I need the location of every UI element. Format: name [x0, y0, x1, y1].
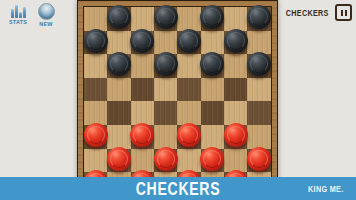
checkers-board [77, 0, 278, 200]
black-piece-h6[interactable] [247, 52, 271, 76]
square-a7[interactable] [84, 31, 107, 55]
square-d8[interactable] [154, 7, 177, 31]
black-piece-f6[interactable] [200, 52, 224, 76]
square-g4[interactable] [224, 101, 247, 125]
square-h4[interactable] [247, 101, 270, 125]
square-g5[interactable] [224, 78, 247, 102]
square-a3[interactable] [84, 125, 107, 149]
square-e6[interactable] [177, 54, 200, 78]
square-h5[interactable] [247, 78, 270, 102]
stats-button-label: STATS [9, 19, 27, 25]
black-piece-f8[interactable] [200, 5, 224, 29]
square-f3[interactable] [201, 125, 224, 149]
square-b2[interactable] [107, 149, 130, 173]
square-e8[interactable] [177, 7, 200, 31]
square-f5[interactable] [201, 78, 224, 102]
square-f8[interactable] [201, 7, 224, 31]
square-h3[interactable] [247, 125, 270, 149]
square-b3[interactable] [107, 125, 130, 149]
red-piece-b2[interactable] [107, 147, 131, 171]
square-h2[interactable] [247, 149, 270, 173]
new-orb-icon [38, 3, 55, 20]
square-c6[interactable] [131, 54, 154, 78]
square-e4[interactable] [177, 101, 200, 125]
square-g2[interactable] [224, 149, 247, 173]
pause-icon [341, 10, 343, 16]
red-piece-g3[interactable] [224, 123, 248, 147]
square-a2[interactable] [84, 149, 107, 173]
square-d4[interactable] [154, 101, 177, 125]
square-c3[interactable] [131, 125, 154, 149]
square-a5[interactable] [84, 78, 107, 102]
square-g8[interactable] [224, 7, 247, 31]
square-d2[interactable] [154, 149, 177, 173]
square-c8[interactable] [131, 7, 154, 31]
square-b6[interactable] [107, 54, 130, 78]
black-piece-e7[interactable] [177, 29, 201, 53]
header-left-buttons: STATS NEW [8, 3, 56, 27]
square-h8[interactable] [247, 7, 270, 31]
square-a6[interactable] [84, 54, 107, 78]
footer-bar: CHECKERS KING ME. [0, 177, 356, 200]
red-piece-f2[interactable] [200, 147, 224, 171]
red-piece-c3[interactable] [130, 123, 154, 147]
black-piece-b8[interactable] [107, 5, 131, 29]
red-piece-h2[interactable] [247, 147, 271, 171]
bar-chart-icon [11, 4, 26, 18]
square-d6[interactable] [154, 54, 177, 78]
square-g6[interactable] [224, 54, 247, 78]
black-piece-c7[interactable] [130, 29, 154, 53]
black-piece-a7[interactable] [84, 29, 108, 53]
square-c2[interactable] [131, 149, 154, 173]
square-c4[interactable] [131, 101, 154, 125]
square-f7[interactable] [201, 31, 224, 55]
square-c5[interactable] [131, 78, 154, 102]
square-b5[interactable] [107, 78, 130, 102]
square-a8[interactable] [84, 7, 107, 31]
black-piece-b6[interactable] [107, 52, 131, 76]
red-piece-e3[interactable] [177, 123, 201, 147]
square-f4[interactable] [201, 101, 224, 125]
pause-button[interactable] [335, 4, 352, 21]
square-f2[interactable] [201, 149, 224, 173]
square-b8[interactable] [107, 7, 130, 31]
black-piece-d8[interactable] [154, 5, 178, 29]
red-piece-d2[interactable] [154, 147, 178, 171]
new-button-label: NEW [39, 21, 52, 27]
black-piece-d6[interactable] [154, 52, 178, 76]
square-a4[interactable] [84, 101, 107, 125]
square-e7[interactable] [177, 31, 200, 55]
square-b7[interactable] [107, 31, 130, 55]
square-d5[interactable] [154, 78, 177, 102]
red-piece-a3[interactable] [84, 123, 108, 147]
black-piece-g7[interactable] [224, 29, 248, 53]
board-grid [84, 7, 271, 196]
new-game-button[interactable]: NEW [36, 3, 56, 27]
app-title: CHECKERS [286, 7, 329, 18]
footer-tagline: KING ME. [308, 184, 344, 194]
square-h7[interactable] [247, 31, 270, 55]
square-c7[interactable] [131, 31, 154, 55]
square-e2[interactable] [177, 149, 200, 173]
square-b4[interactable] [107, 101, 130, 125]
square-g7[interactable] [224, 31, 247, 55]
square-f6[interactable] [201, 54, 224, 78]
square-d3[interactable] [154, 125, 177, 149]
stats-button[interactable]: STATS [8, 3, 28, 27]
square-e3[interactable] [177, 125, 200, 149]
header-right: CHECKERS [275, 4, 352, 21]
black-piece-h8[interactable] [247, 5, 271, 29]
square-g3[interactable] [224, 125, 247, 149]
footer-game-title: CHECKERS [136, 178, 221, 199]
square-d7[interactable] [154, 31, 177, 55]
square-h6[interactable] [247, 54, 270, 78]
square-e5[interactable] [177, 78, 200, 102]
